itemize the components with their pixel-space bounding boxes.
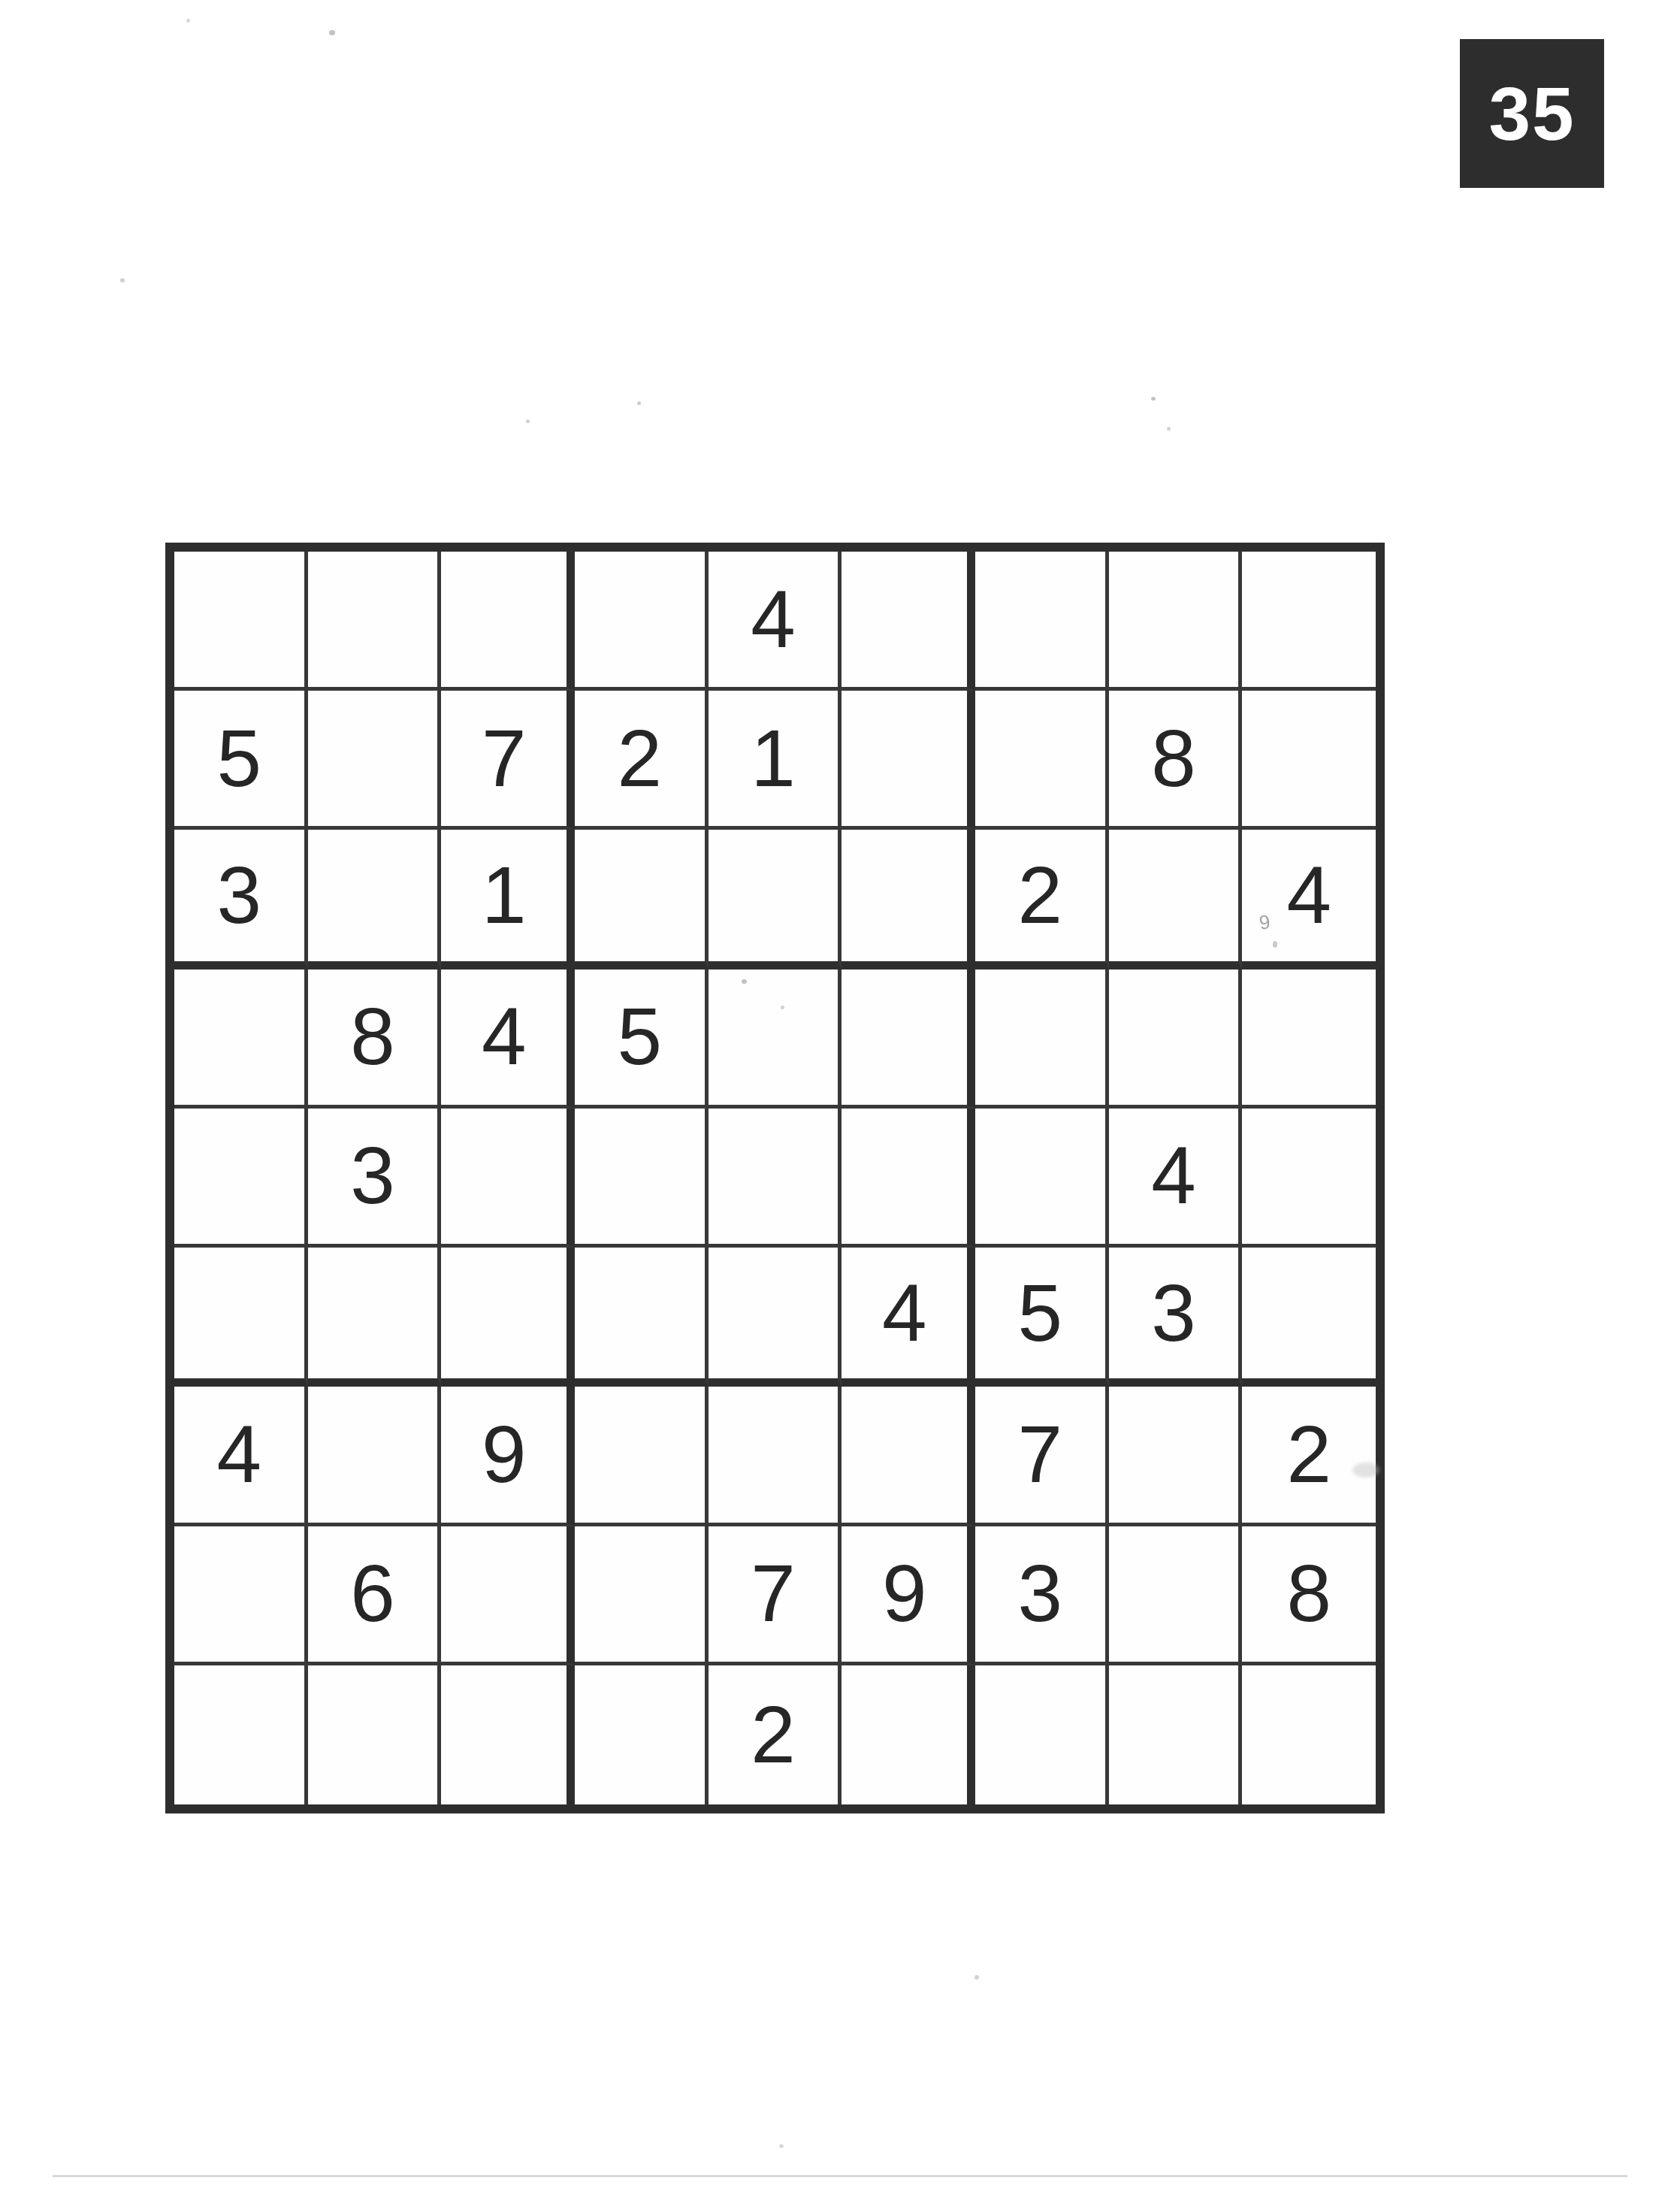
cell-r7c2 (308, 1387, 442, 1526)
cell-digit: 4 (882, 1273, 927, 1354)
cell-digit: 9 (882, 1553, 927, 1634)
cell-r3c4 (575, 830, 709, 969)
cell-digit: 3 (217, 855, 262, 936)
cell-r9c2 (308, 1665, 442, 1804)
cell-r8c7: 3 (975, 1526, 1109, 1665)
cell-digit: 8 (350, 997, 395, 1077)
cell-r4c2: 8 (308, 969, 442, 1109)
page-bottom-edge (53, 2175, 1627, 2177)
cell-r4c4: 5 (575, 969, 709, 1109)
scan-speck (781, 1006, 784, 1009)
cell-r5c4 (575, 1109, 709, 1248)
cell-r9c3 (441, 1665, 575, 1804)
cell-r4c1 (174, 969, 308, 1109)
cell-r1c8 (1109, 552, 1243, 691)
scan-speck (779, 2144, 784, 2148)
cell-r9c1 (174, 1665, 308, 1804)
cell-r3c6 (842, 830, 975, 969)
cell-digit: 1 (751, 718, 796, 799)
scan-speck (742, 979, 747, 984)
cell-r7c9: 2 (1242, 1387, 1376, 1526)
cell-r4c6 (842, 969, 975, 1109)
cell-r9c9 (1242, 1665, 1376, 1804)
cell-r9c6 (842, 1665, 975, 1804)
cell-r5c6 (842, 1109, 975, 1248)
cell-r6c9 (1242, 1248, 1376, 1387)
scan-speck (186, 19, 190, 23)
sudoku-board: 4572183124845344534972679382 (165, 543, 1385, 1813)
cell-r6c8: 3 (1109, 1248, 1243, 1387)
cell-r6c4 (575, 1248, 709, 1387)
cell-r5c5 (709, 1109, 842, 1248)
scan-smudge (1352, 1463, 1379, 1478)
cell-r8c6: 9 (842, 1526, 975, 1665)
cell-r6c1 (174, 1248, 308, 1387)
cell-r4c3: 4 (441, 969, 575, 1109)
cell-digit: 8 (1151, 718, 1196, 799)
cell-r9c5: 2 (709, 1665, 842, 1804)
cell-r6c6: 4 (842, 1248, 975, 1387)
cell-r3c7: 2 (975, 830, 1109, 969)
cell-r2c7 (975, 691, 1109, 830)
cell-r4c5 (709, 969, 842, 1109)
cell-r8c8 (1109, 1526, 1243, 1665)
cell-r1c7 (975, 552, 1109, 691)
cell-r1c2 (308, 552, 442, 691)
cell-r5c2: 3 (308, 1109, 442, 1248)
cell-r3c8 (1109, 830, 1243, 969)
cell-digit: 5 (618, 997, 663, 1077)
cell-r2c4: 2 (575, 691, 709, 830)
cell-r9c4 (575, 1665, 709, 1804)
cell-r3c3: 1 (441, 830, 575, 969)
cell-r8c4 (575, 1526, 709, 1665)
cell-r5c7 (975, 1109, 1109, 1248)
cell-r1c4 (575, 552, 709, 691)
page-number: 35 (1488, 71, 1575, 157)
cell-r9c7 (975, 1665, 1109, 1804)
scan-speck (1167, 427, 1171, 431)
scan-speck (637, 401, 641, 405)
cell-r4c7 (975, 969, 1109, 1109)
cell-r8c5: 7 (709, 1526, 842, 1665)
cell-digit: 8 (1286, 1553, 1331, 1634)
cell-r3c9: 4 (1242, 830, 1376, 969)
cell-r1c6 (842, 552, 975, 691)
cell-digit: 1 (482, 855, 527, 936)
cell-r6c7: 5 (975, 1248, 1109, 1387)
cell-digit: 7 (1018, 1414, 1063, 1495)
cell-r2c6 (842, 691, 975, 830)
cell-digit: 2 (1018, 855, 1063, 936)
cell-digit: 6 (350, 1553, 395, 1634)
cell-r7c6 (842, 1387, 975, 1526)
cell-r8c3 (441, 1526, 575, 1665)
cell-r3c2 (308, 830, 442, 969)
cell-r4c9 (1242, 969, 1376, 1109)
cell-digit: 3 (1018, 1553, 1063, 1634)
cell-r1c3 (441, 552, 575, 691)
cell-r1c9 (1242, 552, 1376, 691)
cell-digit: 3 (1151, 1273, 1196, 1354)
scan-speck (120, 278, 125, 283)
cell-r4c8 (1109, 969, 1243, 1109)
cell-r2c9 (1242, 691, 1376, 830)
cell-r3c5 (709, 830, 842, 969)
cell-digit: 4 (217, 1414, 262, 1495)
cell-digit: 3 (350, 1136, 395, 1216)
cell-r2c2 (308, 691, 442, 830)
cell-r3c1: 3 (174, 830, 308, 969)
page-number-badge: 35 (1460, 39, 1604, 188)
scan-speck (1151, 397, 1156, 401)
cell-r6c5 (709, 1248, 842, 1387)
cell-digit: 7 (482, 718, 527, 799)
cell-r7c4 (575, 1387, 709, 1526)
cell-digit: 7 (751, 1553, 796, 1634)
cell-digit: 5 (1018, 1273, 1063, 1354)
scan-speck (329, 30, 335, 35)
cell-digit: 2 (618, 718, 663, 799)
cell-r1c5: 4 (709, 552, 842, 691)
cell-r2c8: 8 (1109, 691, 1243, 830)
cell-digit: 2 (1286, 1414, 1331, 1495)
cell-r2c1: 5 (174, 691, 308, 830)
cell-digit: 4 (1286, 855, 1331, 936)
cell-r7c5 (709, 1387, 842, 1526)
cell-r5c3 (441, 1109, 575, 1248)
cell-digit: 5 (217, 718, 262, 799)
cell-r9c8 (1109, 1665, 1243, 1804)
cell-digit: 4 (751, 579, 796, 660)
cell-r8c1 (174, 1526, 308, 1665)
scan-speck (526, 419, 530, 423)
cell-digit: 4 (482, 997, 527, 1077)
cell-r2c5: 1 (709, 691, 842, 830)
cell-r2c3: 7 (441, 691, 575, 830)
cell-r7c8 (1109, 1387, 1243, 1526)
cell-r7c1: 4 (174, 1387, 308, 1526)
cell-r6c3 (441, 1248, 575, 1387)
cell-digit: 9 (482, 1414, 527, 1495)
cell-r7c7: 7 (975, 1387, 1109, 1526)
cell-r7c3: 9 (441, 1387, 575, 1526)
cell-r8c2: 6 (308, 1526, 442, 1665)
scan-speck (1273, 941, 1277, 948)
cell-digit: 4 (1151, 1136, 1196, 1216)
cell-r6c2 (308, 1248, 442, 1387)
cell-r1c1 (174, 552, 308, 691)
cell-r8c9: 8 (1242, 1526, 1376, 1665)
cell-r5c8: 4 (1109, 1109, 1243, 1248)
cell-r5c9 (1242, 1109, 1376, 1248)
cell-digit: 2 (751, 1695, 796, 1775)
cell-r5c1 (174, 1109, 308, 1248)
scan-speck (974, 1975, 979, 1980)
